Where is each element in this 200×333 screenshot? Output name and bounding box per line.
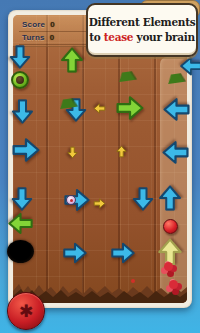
arrow-blue-down[interactable] [9, 186, 35, 212]
tooltip-highlight-word: tease [104, 31, 133, 43]
arrow-green-left[interactable] [7, 210, 34, 237]
grass-tuft [58, 90, 76, 109]
tooltip-line1: Different Elements [89, 15, 196, 30]
flower-decoration [164, 262, 173, 271]
arrow-blue-right[interactable] [11, 135, 41, 165]
arrow-blue-down[interactable] [9, 98, 36, 125]
orb-core [16, 76, 24, 84]
berry-dot [131, 279, 135, 283]
arrow-blue-right-portal[interactable] [63, 186, 91, 214]
arrow-blue-up[interactable] [156, 184, 184, 212]
arrow-green-up[interactable] [58, 46, 86, 74]
arrow-blue-left[interactable] [161, 138, 190, 167]
portal-badge-icon [66, 195, 76, 205]
arrow-green-right[interactable] [115, 93, 145, 123]
arrow-blue-down[interactable] [7, 44, 33, 70]
arrow-yellow-left[interactable] [93, 102, 106, 115]
flower-decoration [169, 280, 178, 289]
tutorial-tooltip: Different Elements to tease your brain [86, 3, 198, 57]
restart-button[interactable]: ✱ [7, 292, 45, 330]
black-hole [7, 240, 34, 263]
arrow-yellow-right[interactable] [93, 197, 106, 210]
grass-tuft [117, 63, 135, 82]
arrow-blue-right[interactable] [110, 240, 136, 266]
arrow-yellow-up[interactable] [115, 145, 128, 158]
arrow-blue-right[interactable] [62, 240, 88, 266]
game-screen: Score 0 Turns 0 Different Elements to te… [0, 0, 200, 333]
restart-icon: ✱ [19, 303, 33, 320]
arrow-yellow-down[interactable] [66, 146, 79, 159]
arrow-blue-down[interactable] [130, 186, 156, 212]
green-orb[interactable] [11, 71, 29, 89]
tooltip-line2: to tease your brain [89, 30, 195, 45]
red-ball[interactable] [163, 219, 178, 234]
grass-tuft [166, 65, 184, 84]
arrow-blue-left[interactable] [162, 95, 191, 124]
